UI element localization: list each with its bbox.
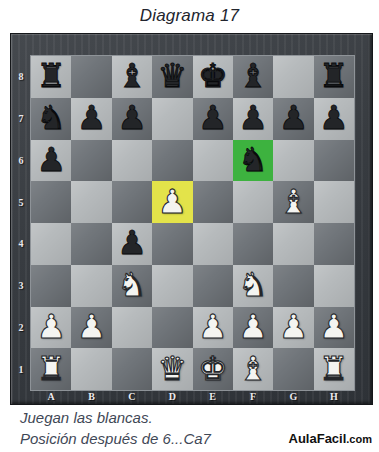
square-c8: ♝ [112, 56, 152, 98]
square-h4 [314, 223, 354, 265]
white-queen: ♛ [158, 352, 188, 385]
black-pawn: ♟ [279, 101, 309, 134]
white-pawn: ♟ [198, 310, 228, 343]
diagram-title: Diagrama 17 [0, 6, 379, 26]
rank-label-2: 2 [11, 307, 31, 349]
black-knight: ♞ [36, 101, 66, 134]
square-b4 [71, 223, 111, 265]
square-g3 [273, 265, 313, 307]
rank-label-6: 6 [11, 140, 31, 182]
square-b6 [71, 140, 111, 182]
square-a3 [31, 265, 71, 307]
square-b7: ♟ [71, 98, 111, 140]
square-g2: ♟ [273, 307, 313, 349]
square-c3: ♞ [112, 265, 152, 307]
white-pawn: ♟ [319, 310, 349, 343]
rank-label-7: 7 [11, 98, 31, 140]
square-g7: ♟ [273, 98, 313, 140]
square-h7: ♟ [314, 98, 354, 140]
square-h3 [314, 265, 354, 307]
square-g1 [273, 348, 313, 390]
square-h6 [314, 140, 354, 182]
black-pawn: ♟ [117, 226, 147, 259]
white-bishop: ♝ [238, 352, 268, 385]
square-d3 [152, 265, 192, 307]
square-a4 [31, 223, 71, 265]
square-h5 [314, 181, 354, 223]
square-a2: ♟ [31, 307, 71, 349]
square-d8: ♛ [152, 56, 192, 98]
rank-label-5: 5 [11, 181, 31, 223]
black-bishop: ♝ [238, 59, 268, 92]
square-d2 [152, 307, 192, 349]
white-pawn: ♟ [36, 310, 66, 343]
square-d5: ♟ [152, 181, 192, 223]
square-a6: ♟ [31, 140, 71, 182]
white-knight: ♞ [238, 268, 268, 301]
file-label-a: A [31, 389, 71, 404]
rank-label-4: 4 [11, 223, 31, 265]
square-f8: ♝ [233, 56, 273, 98]
watermark-brand: AulaFacil [289, 431, 347, 446]
square-d4 [152, 223, 192, 265]
black-rook: ♜ [36, 59, 66, 92]
black-queen: ♛ [158, 59, 188, 92]
square-e8: ♚ [193, 56, 233, 98]
square-b1 [71, 348, 111, 390]
square-c4: ♟ [112, 223, 152, 265]
square-b8 [71, 56, 111, 98]
white-king: ♚ [198, 352, 228, 385]
square-e1: ♚ [193, 348, 233, 390]
white-pawn: ♟ [238, 310, 268, 343]
square-c7: ♟ [112, 98, 152, 140]
black-king: ♚ [198, 59, 228, 92]
square-e5 [193, 181, 233, 223]
white-rook: ♜ [319, 352, 349, 385]
square-g6 [273, 140, 313, 182]
square-c1 [112, 348, 152, 390]
square-a1: ♜ [31, 348, 71, 390]
file-label-d: D [152, 389, 192, 404]
square-d7 [152, 98, 192, 140]
square-c5 [112, 181, 152, 223]
caption: Juegan las blancas. Posición después de … [20, 407, 211, 449]
black-pawn: ♟ [319, 101, 349, 134]
square-c2 [112, 307, 152, 349]
square-e2: ♟ [193, 307, 233, 349]
square-b2: ♟ [71, 307, 111, 349]
watermark: AulaFacil.com [289, 431, 372, 446]
square-f7: ♟ [233, 98, 273, 140]
file-label-h: H [314, 389, 354, 404]
rank-labels: 87654321 [11, 56, 31, 390]
black-pawn: ♟ [238, 101, 268, 134]
black-rook: ♜ [319, 59, 349, 92]
square-g4 [273, 223, 313, 265]
square-f4 [233, 223, 273, 265]
square-e3 [193, 265, 233, 307]
white-pawn: ♟ [77, 310, 107, 343]
file-label-b: B [71, 389, 111, 404]
square-a8: ♜ [31, 56, 71, 98]
square-h8: ♜ [314, 56, 354, 98]
diagram-page: Diagrama 17 87654321 ♜♝♛♚♝♜♞♟♟♟♟♟♟♟♞♟♝♟♞… [0, 0, 379, 452]
watermark-suffix: .com [346, 433, 372, 445]
black-pawn: ♟ [77, 101, 107, 134]
square-e7: ♟ [193, 98, 233, 140]
file-label-c: C [112, 389, 152, 404]
file-label-f: F [233, 389, 273, 404]
white-pawn: ♟ [158, 185, 188, 218]
caption-line-1: Juegan las blancas. [20, 407, 211, 428]
white-knight: ♞ [117, 268, 147, 301]
black-bishop: ♝ [117, 59, 147, 92]
rank-label-3: 3 [11, 265, 31, 307]
white-bishop: ♝ [279, 185, 309, 218]
square-a7: ♞ [31, 98, 71, 140]
square-b5 [71, 181, 111, 223]
square-g8 [273, 56, 313, 98]
caption-line-2: Posición después de 6...Ca7 [20, 428, 211, 449]
square-e4 [193, 223, 233, 265]
square-c6 [112, 140, 152, 182]
square-f5 [233, 181, 273, 223]
square-e6 [193, 140, 233, 182]
file-labels: ABCDEFGH [31, 389, 354, 404]
rank-label-1: 1 [11, 348, 31, 390]
black-knight: ♞ [238, 143, 268, 176]
board-squares: ♜♝♛♚♝♜♞♟♟♟♟♟♟♟♞♟♝♟♞♞♟♟♟♟♟♟♜♛♚♝♜ [31, 56, 354, 390]
square-a5 [31, 181, 71, 223]
white-rook: ♜ [36, 352, 66, 385]
rank-label-8: 8 [11, 56, 31, 98]
square-d1: ♛ [152, 348, 192, 390]
square-g5: ♝ [273, 181, 313, 223]
file-label-e: E [193, 389, 233, 404]
white-pawn: ♟ [279, 310, 309, 343]
black-pawn: ♟ [198, 101, 228, 134]
black-pawn: ♟ [36, 143, 66, 176]
square-d6 [152, 140, 192, 182]
square-f3: ♞ [233, 265, 273, 307]
square-f2: ♟ [233, 307, 273, 349]
black-pawn: ♟ [117, 101, 147, 134]
square-b3 [71, 265, 111, 307]
square-f6: ♞ [233, 140, 273, 182]
file-label-g: G [273, 389, 313, 404]
square-h1: ♜ [314, 348, 354, 390]
chess-board: 87654321 ♜♝♛♚♝♜♞♟♟♟♟♟♟♟♞♟♝♟♞♞♟♟♟♟♟♟♜♛♚♝♜… [10, 33, 373, 405]
square-f1: ♝ [233, 348, 273, 390]
square-h2: ♟ [314, 307, 354, 349]
